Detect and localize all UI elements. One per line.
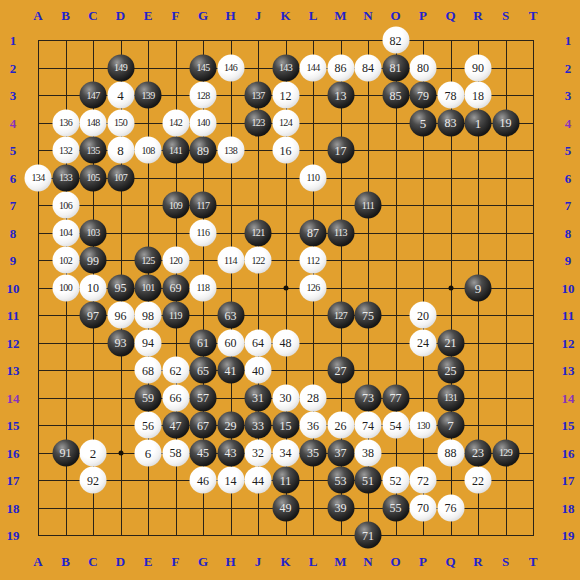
move-number: 70	[417, 502, 429, 514]
stone-black-111-N7[interactable]: 111	[355, 192, 382, 219]
stone-black-89-G5[interactable]: 89	[190, 137, 217, 164]
stone-black-79-P3[interactable]: 79	[410, 82, 437, 109]
move-number: 19	[500, 117, 512, 129]
row-label-right-13: 13	[562, 364, 575, 377]
move-number: 15	[280, 419, 292, 431]
row-label-left-5: 5	[10, 144, 17, 157]
stone-black-69-F10[interactable]: 69	[162, 274, 189, 301]
stone-black-125-E9[interactable]: 125	[135, 247, 162, 274]
stone-white-82-O1[interactable]: 82	[382, 27, 409, 54]
go-board: AABBCCDDEEFFGGHHJJKKLLMMNNOOPPQQRRSSTT11…	[0, 0, 580, 580]
move-number: 40	[252, 364, 264, 376]
move-number: 149	[114, 63, 127, 73]
move-number: 7	[447, 419, 454, 432]
move-number: 86	[335, 62, 347, 74]
stone-white-54-O15[interactable]: 54	[382, 412, 409, 439]
move-number: 2	[90, 446, 97, 459]
stone-black-23-R16[interactable]: 23	[465, 439, 492, 466]
stone-white-126-L10[interactable]: 126	[300, 274, 327, 301]
col-label-top-H: H	[225, 9, 235, 22]
row-label-right-6: 6	[565, 171, 572, 184]
stone-black-67-G15[interactable]: 67	[190, 412, 217, 439]
stone-black-5-P4[interactable]: 5	[410, 109, 437, 136]
stone-black-121-J8[interactable]: 121	[245, 219, 272, 246]
stone-white-16-K5[interactable]: 16	[272, 137, 299, 164]
move-number: 112	[307, 255, 320, 265]
row-label-left-15: 15	[7, 419, 20, 432]
stone-black-97-C11[interactable]: 97	[80, 302, 107, 329]
stone-white-144-L2[interactable]: 144	[300, 54, 327, 81]
row-label-left-3: 3	[10, 89, 17, 102]
stone-black-31-J14[interactable]: 31	[245, 384, 272, 411]
stone-white-78-Q3[interactable]: 78	[437, 82, 464, 109]
stone-white-70-P18[interactable]: 70	[410, 494, 437, 521]
stone-white-62-F13[interactable]: 62	[162, 357, 189, 384]
col-label-top-N: N	[363, 9, 372, 22]
move-number: 150	[114, 118, 127, 128]
move-number: 90	[472, 62, 484, 74]
col-label-bottom-C: C	[88, 555, 97, 568]
stone-white-64-J12[interactable]: 64	[245, 329, 272, 356]
move-number: 135	[86, 145, 99, 155]
stone-white-84-N2[interactable]: 84	[355, 54, 382, 81]
stone-white-8-D5[interactable]: 8	[107, 137, 134, 164]
stone-white-12-K3[interactable]: 12	[272, 82, 299, 109]
stone-white-80-P2[interactable]: 80	[410, 54, 437, 81]
col-label-top-C: C	[88, 9, 97, 22]
col-label-top-F: F	[172, 9, 180, 22]
stone-black-85-O3[interactable]: 85	[382, 82, 409, 109]
stone-white-130-P15[interactable]: 130	[410, 412, 437, 439]
col-label-bottom-K: K	[280, 555, 290, 568]
stone-black-149-D2[interactable]: 149	[107, 54, 134, 81]
stone-black-65-G13[interactable]: 65	[190, 357, 217, 384]
stone-black-91-B16[interactable]: 91	[52, 439, 79, 466]
col-label-top-J: J	[255, 9, 262, 22]
move-number: 55	[390, 502, 402, 514]
stone-black-17-M5[interactable]: 17	[327, 137, 354, 164]
stone-black-81-O2[interactable]: 81	[382, 54, 409, 81]
col-label-top-E: E	[144, 9, 153, 22]
stone-black-13-M3[interactable]: 13	[327, 82, 354, 109]
stone-white-20-P11[interactable]: 20	[410, 302, 437, 329]
move-number: 57	[197, 392, 209, 404]
move-number: 109	[169, 200, 182, 210]
move-number: 5	[420, 116, 427, 129]
row-label-right-2: 2	[565, 61, 572, 74]
stone-white-96-D11[interactable]: 96	[107, 302, 134, 329]
stone-white-100-B10[interactable]: 100	[52, 274, 79, 301]
move-number: 95	[115, 282, 127, 294]
move-number: 114	[224, 255, 237, 265]
move-number: 103	[86, 228, 99, 238]
move-number: 35	[307, 447, 319, 459]
stone-black-143-K2[interactable]: 143	[272, 54, 299, 81]
stone-black-93-D12[interactable]: 93	[107, 329, 134, 356]
move-number: 131	[444, 393, 457, 403]
move-number: 128	[196, 90, 209, 100]
stone-black-47-F15[interactable]: 47	[162, 412, 189, 439]
stone-white-40-J13[interactable]: 40	[245, 357, 272, 384]
stone-white-122-J9[interactable]: 122	[245, 247, 272, 274]
col-label-top-D: D	[116, 9, 125, 22]
stone-black-75-N11[interactable]: 75	[355, 302, 382, 329]
stone-black-129-S16[interactable]: 129	[492, 439, 519, 466]
move-number: 65	[197, 364, 209, 376]
stone-white-120-F9[interactable]: 120	[162, 247, 189, 274]
stone-white-118-G10[interactable]: 118	[190, 274, 217, 301]
stone-black-141-F5[interactable]: 141	[162, 137, 189, 164]
stone-black-15-K15[interactable]: 15	[272, 412, 299, 439]
stone-white-128-G3[interactable]: 128	[190, 82, 217, 109]
stone-black-35-L16[interactable]: 35	[300, 439, 327, 466]
stone-white-30-K14[interactable]: 30	[272, 384, 299, 411]
stone-white-32-J16[interactable]: 32	[245, 439, 272, 466]
stone-white-134-A6[interactable]: 134	[25, 164, 52, 191]
move-number: 88	[445, 447, 457, 459]
stone-black-53-M17[interactable]: 53	[327, 467, 354, 494]
move-number: 6	[145, 446, 152, 459]
move-number: 14	[225, 474, 237, 486]
stone-black-63-H11[interactable]: 63	[217, 302, 244, 329]
stone-white-140-G4[interactable]: 140	[190, 109, 217, 136]
row-label-left-9: 9	[10, 254, 17, 267]
stone-white-76-Q18[interactable]: 76	[437, 494, 464, 521]
hoshi-point-D16	[118, 450, 123, 455]
move-number: 102	[59, 255, 72, 265]
row-label-left-2: 2	[10, 61, 17, 74]
move-number: 87	[307, 227, 319, 239]
move-number: 123	[251, 118, 264, 128]
move-number: 63	[225, 309, 237, 321]
row-label-right-1: 1	[565, 34, 572, 47]
stone-white-116-G8[interactable]: 116	[190, 219, 217, 246]
move-number: 68	[142, 364, 154, 376]
move-number: 20	[417, 309, 429, 321]
move-number: 85	[390, 89, 402, 101]
move-number: 51	[362, 474, 374, 486]
stone-white-148-C4[interactable]: 148	[80, 109, 107, 136]
move-number: 46	[197, 474, 209, 486]
move-number: 145	[196, 63, 209, 73]
stone-black-83-Q4[interactable]: 83	[437, 109, 464, 136]
col-label-top-O: O	[390, 9, 400, 22]
col-label-top-M: M	[334, 9, 346, 22]
move-number: 52	[390, 474, 402, 486]
stone-black-113-M8[interactable]: 113	[327, 219, 354, 246]
move-number: 16	[280, 144, 292, 156]
stone-white-72-P17[interactable]: 72	[410, 467, 437, 494]
move-number: 23	[472, 447, 484, 459]
move-number: 53	[335, 474, 347, 486]
stone-black-105-C6[interactable]: 105	[80, 164, 107, 191]
move-number: 13	[335, 89, 347, 101]
stone-white-34-K16[interactable]: 34	[272, 439, 299, 466]
stone-black-45-G16[interactable]: 45	[190, 439, 217, 466]
move-number: 129	[499, 448, 512, 458]
row-label-left-8: 8	[10, 226, 17, 239]
move-number: 39	[335, 502, 347, 514]
move-number: 27	[335, 364, 347, 376]
stone-black-59-E14[interactable]: 59	[135, 384, 162, 411]
move-number: 79	[417, 89, 429, 101]
stone-white-58-F16[interactable]: 58	[162, 439, 189, 466]
move-number: 45	[197, 447, 209, 459]
move-number: 127	[334, 310, 347, 320]
stone-white-22-R17[interactable]: 22	[465, 467, 492, 494]
move-number: 141	[169, 145, 182, 155]
move-number: 38	[362, 447, 374, 459]
row-label-left-17: 17	[7, 474, 20, 487]
stone-white-98-E11[interactable]: 98	[135, 302, 162, 329]
stone-black-49-K18[interactable]: 49	[272, 494, 299, 521]
move-number: 21	[445, 337, 457, 349]
move-number: 99	[87, 254, 99, 266]
move-number: 136	[59, 118, 72, 128]
stone-black-103-C8[interactable]: 103	[80, 219, 107, 246]
stone-white-18-R3[interactable]: 18	[465, 82, 492, 109]
move-number: 94	[142, 337, 154, 349]
row-label-right-18: 18	[562, 501, 575, 514]
stone-black-7-Q15[interactable]: 7	[437, 412, 464, 439]
hoshi-point-K10	[283, 285, 288, 290]
stone-white-10-C10[interactable]: 10	[80, 274, 107, 301]
col-label-bottom-G: G	[198, 555, 208, 568]
stone-black-9-R10[interactable]: 9	[465, 274, 492, 301]
stone-black-107-D6[interactable]: 107	[107, 164, 134, 191]
move-number: 138	[224, 145, 237, 155]
stone-black-127-M11[interactable]: 127	[327, 302, 354, 329]
stone-black-25-Q13[interactable]: 25	[437, 357, 464, 384]
stone-black-73-N14[interactable]: 73	[355, 384, 382, 411]
stone-white-102-B9[interactable]: 102	[52, 247, 79, 274]
row-label-left-1: 1	[10, 34, 17, 47]
stone-white-110-L6[interactable]: 110	[300, 164, 327, 191]
move-number: 26	[335, 419, 347, 431]
stone-black-37-M16[interactable]: 37	[327, 439, 354, 466]
row-label-right-8: 8	[565, 226, 572, 239]
stone-white-44-J17[interactable]: 44	[245, 467, 272, 494]
stone-white-124-K4[interactable]: 124	[272, 109, 299, 136]
move-number: 56	[142, 419, 154, 431]
stone-black-1-R4[interactable]: 1	[465, 109, 492, 136]
move-number: 122	[251, 255, 264, 265]
stone-black-133-B6[interactable]: 133	[52, 164, 79, 191]
stone-white-150-D4[interactable]: 150	[107, 109, 134, 136]
stone-black-109-F7[interactable]: 109	[162, 192, 189, 219]
stone-white-86-M2[interactable]: 86	[327, 54, 354, 81]
stone-white-2-C16[interactable]: 2	[80, 439, 107, 466]
move-number: 107	[114, 173, 127, 183]
stone-black-55-O18[interactable]: 55	[382, 494, 409, 521]
move-number: 41	[225, 364, 237, 376]
col-label-bottom-F: F	[172, 555, 180, 568]
move-number: 69	[170, 282, 182, 294]
stone-black-27-M13[interactable]: 27	[327, 357, 354, 384]
move-number: 142	[169, 118, 182, 128]
move-number: 64	[252, 337, 264, 349]
stone-white-52-O17[interactable]: 52	[382, 467, 409, 494]
move-number: 28	[307, 392, 319, 404]
stone-black-145-G2[interactable]: 145	[190, 54, 217, 81]
col-label-bottom-O: O	[390, 555, 400, 568]
move-number: 47	[170, 419, 182, 431]
stone-black-29-H15[interactable]: 29	[217, 412, 244, 439]
hoshi-point-Q10	[448, 285, 453, 290]
move-number: 108	[141, 145, 154, 155]
move-number: 10	[87, 282, 99, 294]
row-label-left-7: 7	[10, 199, 17, 212]
move-number: 66	[170, 392, 182, 404]
stone-white-90-R2[interactable]: 90	[465, 54, 492, 81]
stone-white-48-K12[interactable]: 48	[272, 329, 299, 356]
stone-black-95-D10[interactable]: 95	[107, 274, 134, 301]
stone-white-66-F14[interactable]: 66	[162, 384, 189, 411]
row-label-left-6: 6	[10, 171, 17, 184]
stone-black-139-E3[interactable]: 139	[135, 82, 162, 109]
stone-white-112-L9[interactable]: 112	[300, 247, 327, 274]
stone-white-24-P12[interactable]: 24	[410, 329, 437, 356]
stone-black-101-E10[interactable]: 101	[135, 274, 162, 301]
move-number: 8	[117, 144, 124, 157]
move-number: 137	[251, 90, 264, 100]
stone-black-43-H16[interactable]: 43	[217, 439, 244, 466]
stone-black-99-C9[interactable]: 99	[80, 247, 107, 274]
stone-white-132-B5[interactable]: 132	[52, 137, 79, 164]
move-number: 81	[390, 62, 402, 74]
move-number: 89	[197, 144, 209, 156]
stone-white-38-N16[interactable]: 38	[355, 439, 382, 466]
col-label-bottom-T: T	[529, 555, 538, 568]
stone-white-142-F4[interactable]: 142	[162, 109, 189, 136]
move-number: 72	[417, 474, 429, 486]
stone-white-68-E13[interactable]: 68	[135, 357, 162, 384]
move-number: 117	[197, 200, 210, 210]
stone-black-135-C5[interactable]: 135	[80, 137, 107, 164]
stone-white-114-H9[interactable]: 114	[217, 247, 244, 274]
stone-black-33-J15[interactable]: 33	[245, 412, 272, 439]
move-number: 32	[252, 447, 264, 459]
stone-white-146-H2[interactable]: 146	[217, 54, 244, 81]
move-number: 12	[280, 89, 292, 101]
move-number: 17	[335, 144, 347, 156]
stone-black-61-G12[interactable]: 61	[190, 329, 217, 356]
stone-black-57-G14[interactable]: 57	[190, 384, 217, 411]
move-number: 91	[60, 447, 72, 459]
col-label-top-P: P	[419, 9, 427, 22]
stone-white-26-M15[interactable]: 26	[327, 412, 354, 439]
stone-white-106-B7[interactable]: 106	[52, 192, 79, 219]
stone-white-104-B8[interactable]: 104	[52, 219, 79, 246]
move-number: 29	[225, 419, 237, 431]
stone-black-11-K17[interactable]: 11	[272, 467, 299, 494]
stone-white-36-L15[interactable]: 36	[300, 412, 327, 439]
col-label-bottom-H: H	[225, 555, 235, 568]
row-label-left-18: 18	[7, 501, 20, 514]
stone-black-19-S4[interactable]: 19	[492, 109, 519, 136]
move-number: 4	[117, 89, 124, 102]
stone-white-108-E5[interactable]: 108	[135, 137, 162, 164]
move-number: 132	[59, 145, 72, 155]
col-label-top-K: K	[280, 9, 290, 22]
move-number: 105	[86, 173, 99, 183]
move-number: 1	[475, 116, 482, 129]
stone-black-41-H13[interactable]: 41	[217, 357, 244, 384]
stone-black-119-F11[interactable]: 119	[162, 302, 189, 329]
col-label-bottom-Q: Q	[445, 555, 455, 568]
stone-black-71-N19[interactable]: 71	[355, 522, 382, 549]
move-number: 126	[306, 283, 319, 293]
stone-black-137-J3[interactable]: 137	[245, 82, 272, 109]
col-label-bottom-N: N	[363, 555, 372, 568]
row-label-left-11: 11	[7, 309, 19, 322]
move-number: 134	[31, 173, 44, 183]
stone-white-88-Q16[interactable]: 88	[437, 439, 464, 466]
move-number: 100	[59, 283, 72, 293]
col-label-top-L: L	[309, 9, 318, 22]
stone-white-136-B4[interactable]: 136	[52, 109, 79, 136]
row-label-right-4: 4	[565, 116, 572, 129]
stone-white-46-G17[interactable]: 46	[190, 467, 217, 494]
row-label-left-14: 14	[7, 391, 20, 404]
move-number: 67	[197, 419, 209, 431]
stone-white-56-E15[interactable]: 56	[135, 412, 162, 439]
stone-black-123-J4[interactable]: 123	[245, 109, 272, 136]
row-label-right-7: 7	[565, 199, 572, 212]
move-number: 146	[224, 63, 237, 73]
col-label-top-A: A	[33, 9, 42, 22]
stone-black-77-O14[interactable]: 77	[382, 384, 409, 411]
stone-white-74-N15[interactable]: 74	[355, 412, 382, 439]
stone-white-14-H17[interactable]: 14	[217, 467, 244, 494]
stone-white-94-E12[interactable]: 94	[135, 329, 162, 356]
move-number: 124	[279, 118, 292, 128]
stone-black-39-M18[interactable]: 39	[327, 494, 354, 521]
move-number: 104	[59, 228, 72, 238]
row-label-left-12: 12	[7, 336, 20, 349]
move-number: 92	[87, 474, 99, 486]
stone-black-117-G7[interactable]: 117	[190, 192, 217, 219]
stone-black-87-L8[interactable]: 87	[300, 219, 327, 246]
row-label-right-11: 11	[562, 309, 574, 322]
stone-white-28-L14[interactable]: 28	[300, 384, 327, 411]
stone-white-4-D3[interactable]: 4	[107, 82, 134, 109]
move-number: 120	[169, 255, 182, 265]
stone-white-6-E16[interactable]: 6	[135, 439, 162, 466]
stone-white-138-H5[interactable]: 138	[217, 137, 244, 164]
move-number: 22	[472, 474, 484, 486]
row-label-right-5: 5	[565, 144, 572, 157]
move-number: 61	[197, 337, 209, 349]
move-number: 74	[362, 419, 374, 431]
move-number: 48	[280, 337, 292, 349]
stone-white-92-C17[interactable]: 92	[80, 467, 107, 494]
stone-black-131-Q14[interactable]: 131	[437, 384, 464, 411]
stone-black-21-Q12[interactable]: 21	[437, 329, 464, 356]
row-label-right-9: 9	[565, 254, 572, 267]
stone-white-60-H12[interactable]: 60	[217, 329, 244, 356]
col-label-top-S: S	[502, 9, 509, 22]
col-label-bottom-A: A	[33, 555, 42, 568]
row-label-right-14: 14	[562, 391, 575, 404]
move-number: 125	[141, 255, 154, 265]
row-label-left-13: 13	[7, 364, 20, 377]
col-label-top-R: R	[473, 9, 482, 22]
stone-black-51-N17[interactable]: 51	[355, 467, 382, 494]
move-number: 113	[334, 228, 347, 238]
row-label-right-17: 17	[562, 474, 575, 487]
stone-black-147-C3[interactable]: 147	[80, 82, 107, 109]
